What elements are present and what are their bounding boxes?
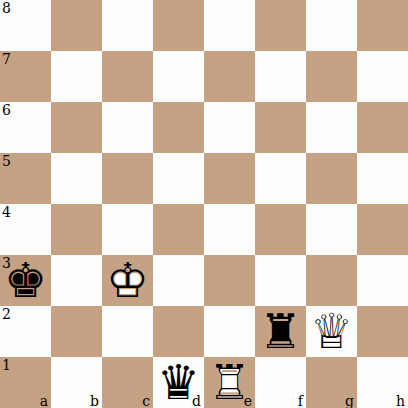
square-b7[interactable] bbox=[51, 51, 102, 102]
rank-label-7: 7 bbox=[2, 51, 11, 67]
square-b1[interactable]: b bbox=[51, 357, 102, 408]
square-a3[interactable]: 3♚ bbox=[0, 255, 51, 306]
black-rook[interactable]: ♜ bbox=[255, 306, 306, 357]
square-h1[interactable]: h bbox=[357, 357, 408, 408]
square-e6[interactable] bbox=[204, 102, 255, 153]
file-label-c: c bbox=[142, 393, 150, 408]
black-king[interactable]: ♚ bbox=[0, 255, 51, 306]
square-d5[interactable] bbox=[153, 153, 204, 204]
square-f4[interactable] bbox=[255, 204, 306, 255]
rank-label-1: 1 bbox=[2, 357, 11, 373]
square-d8[interactable] bbox=[153, 0, 204, 51]
square-b5[interactable] bbox=[51, 153, 102, 204]
square-e7[interactable] bbox=[204, 51, 255, 102]
square-d6[interactable] bbox=[153, 102, 204, 153]
square-b8[interactable] bbox=[51, 0, 102, 51]
square-b3[interactable] bbox=[51, 255, 102, 306]
square-e1[interactable]: e♜♖ bbox=[204, 357, 255, 408]
square-d4[interactable] bbox=[153, 204, 204, 255]
square-h5[interactable] bbox=[357, 153, 408, 204]
square-c1[interactable]: c bbox=[102, 357, 153, 408]
square-h6[interactable] bbox=[357, 102, 408, 153]
square-e4[interactable] bbox=[204, 204, 255, 255]
white-rook-icon: ♖ bbox=[204, 357, 255, 408]
white-queen-icon: ♕ bbox=[306, 306, 357, 357]
square-c7[interactable] bbox=[102, 51, 153, 102]
file-label-f: f bbox=[298, 393, 303, 408]
square-g7[interactable] bbox=[306, 51, 357, 102]
square-a1[interactable]: 1a bbox=[0, 357, 51, 408]
white-rook[interactable]: ♜♖ bbox=[204, 357, 255, 408]
file-label-g: g bbox=[345, 393, 354, 408]
square-c5[interactable] bbox=[102, 153, 153, 204]
white-king-icon: ♔ bbox=[102, 255, 153, 306]
square-f7[interactable] bbox=[255, 51, 306, 102]
square-g2[interactable]: ♛♕ bbox=[306, 306, 357, 357]
square-a2[interactable]: 2 bbox=[0, 306, 51, 357]
square-a5[interactable]: 5 bbox=[0, 153, 51, 204]
file-label-b: b bbox=[90, 393, 99, 408]
square-f2[interactable]: ♜ bbox=[255, 306, 306, 357]
chess-board: 876543♚♚♔2♜♛♕1abcd♛e♜♖fgh bbox=[0, 0, 408, 408]
square-b6[interactable] bbox=[51, 102, 102, 153]
square-f3[interactable] bbox=[255, 255, 306, 306]
black-king-icon: ♚ bbox=[0, 255, 51, 306]
square-f8[interactable] bbox=[255, 0, 306, 51]
square-e2[interactable] bbox=[204, 306, 255, 357]
square-f5[interactable] bbox=[255, 153, 306, 204]
square-h2[interactable] bbox=[357, 306, 408, 357]
rank-label-8: 8 bbox=[2, 0, 11, 16]
square-a4[interactable]: 4 bbox=[0, 204, 51, 255]
square-c3[interactable]: ♚♔ bbox=[102, 255, 153, 306]
square-d7[interactable] bbox=[153, 51, 204, 102]
square-a8[interactable]: 8 bbox=[0, 0, 51, 51]
black-rook-icon: ♜ bbox=[255, 306, 306, 357]
rank-label-2: 2 bbox=[2, 306, 11, 322]
white-king[interactable]: ♚♔ bbox=[102, 255, 153, 306]
square-e3[interactable] bbox=[204, 255, 255, 306]
square-g6[interactable] bbox=[306, 102, 357, 153]
square-g4[interactable] bbox=[306, 204, 357, 255]
white-queen[interactable]: ♛♕ bbox=[306, 306, 357, 357]
square-f1[interactable]: f bbox=[255, 357, 306, 408]
square-e5[interactable] bbox=[204, 153, 255, 204]
square-b2[interactable] bbox=[51, 306, 102, 357]
square-g1[interactable]: g bbox=[306, 357, 357, 408]
square-c4[interactable] bbox=[102, 204, 153, 255]
square-c8[interactable] bbox=[102, 0, 153, 51]
rank-label-5: 5 bbox=[2, 153, 11, 169]
square-g8[interactable] bbox=[306, 0, 357, 51]
square-d1[interactable]: d♛ bbox=[153, 357, 204, 408]
file-label-a: a bbox=[40, 393, 48, 408]
file-label-h: h bbox=[396, 393, 405, 408]
square-c6[interactable] bbox=[102, 102, 153, 153]
square-h3[interactable] bbox=[357, 255, 408, 306]
rank-label-6: 6 bbox=[2, 102, 11, 118]
black-queen-icon: ♛ bbox=[153, 357, 204, 408]
rank-label-4: 4 bbox=[2, 204, 11, 220]
square-h8[interactable] bbox=[357, 0, 408, 51]
square-a7[interactable]: 7 bbox=[0, 51, 51, 102]
square-c2[interactable] bbox=[102, 306, 153, 357]
square-f6[interactable] bbox=[255, 102, 306, 153]
square-d3[interactable] bbox=[153, 255, 204, 306]
square-h4[interactable] bbox=[357, 204, 408, 255]
square-g5[interactable] bbox=[306, 153, 357, 204]
black-queen[interactable]: ♛ bbox=[153, 357, 204, 408]
square-e8[interactable] bbox=[204, 0, 255, 51]
square-a6[interactable]: 6 bbox=[0, 102, 51, 153]
square-b4[interactable] bbox=[51, 204, 102, 255]
square-d2[interactable] bbox=[153, 306, 204, 357]
square-g3[interactable] bbox=[306, 255, 357, 306]
square-h7[interactable] bbox=[357, 51, 408, 102]
